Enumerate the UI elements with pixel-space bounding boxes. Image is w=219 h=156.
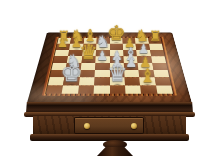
product-photo: ♜♞♝♚♞♜♟♟♞♟♟♟♛♟♟♝♞♟♟♟♚♛♝ — [0, 0, 219, 156]
drawer-knob-left[interactable] — [84, 123, 90, 129]
table-top: ♜♞♝♚♞♜♟♟♞♟♟♟♛♟♟♝♞♟♟♟♚♛♝ — [27, 32, 192, 103]
wood-grain — [27, 32, 192, 103]
drawer-knob-right[interactable] — [131, 123, 137, 129]
board-frame — [27, 32, 192, 103]
